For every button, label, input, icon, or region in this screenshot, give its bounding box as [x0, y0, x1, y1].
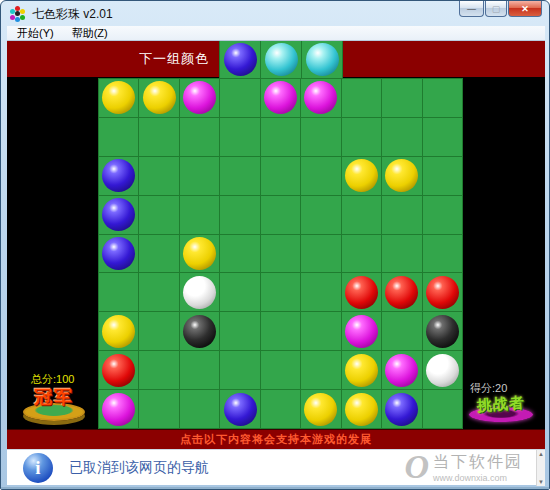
board-cell[interactable]	[301, 118, 340, 156]
board-cell[interactable]	[342, 157, 381, 195]
board-cell[interactable]	[342, 351, 381, 389]
game-board	[98, 78, 463, 429]
board-cell[interactable]	[382, 235, 421, 273]
board-cell[interactable]	[220, 235, 259, 273]
menu-help[interactable]: 帮助(Z)	[69, 26, 111, 41]
board-cell[interactable]	[220, 390, 259, 428]
board-cell[interactable]	[342, 390, 381, 428]
board-cell[interactable]	[423, 273, 462, 311]
scroll-up-icon[interactable]: ▲	[537, 450, 545, 458]
board-cell[interactable]	[139, 79, 178, 117]
info-icon: i	[23, 453, 53, 483]
board-cell[interactable]	[180, 118, 219, 156]
board-cell[interactable]	[99, 351, 138, 389]
watermark-site-name: 当下软件园	[433, 452, 523, 473]
board-cell[interactable]	[423, 235, 462, 273]
minimize-button[interactable]: —	[459, 1, 484, 17]
board-cell[interactable]	[342, 79, 381, 117]
magenta-ball	[385, 354, 418, 387]
champion-trophy-label: 冠军	[13, 385, 95, 409]
title-bar[interactable]: 七色彩珠 v2.01 — ▢ ✕	[1, 1, 550, 26]
board-cell[interactable]	[180, 351, 219, 389]
board-cell[interactable]	[139, 235, 178, 273]
close-button[interactable]: ✕	[508, 1, 542, 17]
cyan-ball	[265, 43, 298, 76]
board-cell[interactable]	[423, 390, 462, 428]
preview-cell	[261, 41, 301, 78]
yellow-ball	[183, 237, 216, 270]
round-score-label: 得分:20	[470, 381, 507, 396]
board-cell[interactable]	[261, 273, 300, 311]
board-cell[interactable]	[99, 118, 138, 156]
board-cell[interactable]	[423, 312, 462, 350]
magenta-ball	[183, 81, 216, 114]
webpage-scrollbar[interactable]: ▲ ▼	[536, 450, 545, 486]
board-cell[interactable]	[301, 79, 340, 117]
window-bottom-edge	[1, 487, 550, 489]
app-icon	[10, 6, 26, 22]
board-cell[interactable]	[301, 235, 340, 273]
support-banner-text: 点击以下内容将会支持本游戏的发展	[180, 432, 372, 447]
board-cell[interactable]	[99, 196, 138, 234]
board-cell[interactable]	[139, 273, 178, 311]
black-ball	[183, 315, 216, 348]
board-cell[interactable]	[261, 390, 300, 428]
yellow-ball	[345, 393, 378, 426]
board-cell[interactable]	[220, 79, 259, 117]
champion-trophy: 冠军	[13, 385, 95, 421]
board-cell[interactable]	[220, 118, 259, 156]
board-cell[interactable]	[382, 79, 421, 117]
blue-ball	[224, 393, 257, 426]
board-cell[interactable]	[139, 196, 178, 234]
board-cell[interactable]	[382, 351, 421, 389]
board-cell[interactable]	[342, 235, 381, 273]
board-cell[interactable]	[423, 79, 462, 117]
board-cell[interactable]	[139, 118, 178, 156]
board-cell[interactable]	[423, 351, 462, 389]
blue-ball	[102, 198, 135, 231]
white-ball	[183, 276, 216, 309]
board-cell[interactable]	[301, 273, 340, 311]
board-cell[interactable]	[301, 312, 340, 350]
board-cell[interactable]	[139, 157, 178, 195]
board-cell[interactable]	[180, 390, 219, 428]
board-cell[interactable]	[382, 196, 421, 234]
watermark-site-url: www.downxia.com	[433, 473, 523, 483]
board-cell[interactable]	[301, 390, 340, 428]
board-cell[interactable]	[261, 312, 300, 350]
board-cell[interactable]	[180, 196, 219, 234]
red-ball	[345, 276, 378, 309]
board-cell[interactable]	[382, 118, 421, 156]
preview-cell	[302, 41, 342, 78]
board-cell[interactable]	[220, 196, 259, 234]
white-ball	[426, 354, 459, 387]
board-cell[interactable]	[99, 79, 138, 117]
board-cell[interactable]	[139, 390, 178, 428]
black-ball	[426, 315, 459, 348]
blue-ball	[102, 159, 135, 192]
preview-cell	[220, 41, 260, 78]
magenta-ball	[304, 81, 337, 114]
board-cell[interactable]	[342, 196, 381, 234]
board-cell[interactable]	[180, 312, 219, 350]
board-cell[interactable]	[261, 79, 300, 117]
magenta-ball	[345, 315, 378, 348]
board-cell[interactable]	[180, 79, 219, 117]
downxia-watermark: O 当下软件园 www.downxia.com	[404, 452, 523, 483]
board-cell[interactable]	[99, 312, 138, 350]
magenta-ball	[264, 81, 297, 114]
support-banner[interactable]: 点击以下内容将会支持本游戏的发展	[7, 429, 545, 449]
board-cell[interactable]	[261, 196, 300, 234]
board-cell[interactable]	[99, 273, 138, 311]
board-cell[interactable]	[382, 390, 421, 428]
board-cell[interactable]	[301, 351, 340, 389]
blue-ball	[385, 393, 418, 426]
board-cell[interactable]	[139, 312, 178, 350]
blue-ball	[102, 237, 135, 270]
menu-start[interactable]: 开始(Y)	[14, 26, 57, 41]
board-cell[interactable]	[382, 157, 421, 195]
board-cell[interactable]	[99, 157, 138, 195]
menu-bar: 开始(Y) 帮助(Z)	[7, 26, 545, 41]
embedded-webpage-area: i 已取消到该网页的导航 O 当下软件园 www.downxia.com ▲ ▼	[7, 449, 545, 485]
yellow-ball	[102, 315, 135, 348]
board-cell[interactable]	[180, 235, 219, 273]
red-ball	[102, 354, 135, 387]
yellow-ball	[143, 81, 176, 114]
yellow-ball	[304, 393, 337, 426]
yellow-ball	[345, 354, 378, 387]
board-cell[interactable]	[301, 157, 340, 195]
board-cell[interactable]	[382, 273, 421, 311]
magenta-ball	[102, 393, 135, 426]
game-client-area: 下一组颜色 总分:100 冠军 得分:20 挑战者 点击以下内容将会支持本游戏的…	[7, 41, 545, 449]
window-title: 七色彩珠 v2.01	[32, 6, 113, 23]
board-cell[interactable]	[220, 157, 259, 195]
blue-ball	[224, 43, 257, 76]
board-cell[interactable]	[180, 157, 219, 195]
board-cell[interactable]	[342, 312, 381, 350]
board-cell[interactable]	[423, 157, 462, 195]
red-ball	[385, 276, 418, 309]
app-window: 七色彩珠 v2.01 — ▢ ✕ 开始(Y) 帮助(Z) 下一组颜色 总分:10…	[0, 0, 550, 490]
downxia-logo-icon: O	[404, 452, 429, 482]
cyan-ball	[306, 43, 339, 76]
board-cell[interactable]	[301, 196, 340, 234]
board-cell[interactable]	[261, 351, 300, 389]
board-cell[interactable]	[382, 312, 421, 350]
yellow-ball	[385, 159, 418, 192]
maximize-button: ▢	[485, 1, 507, 17]
caption-buttons: — ▢ ✕	[458, 1, 542, 17]
board-cell[interactable]	[342, 273, 381, 311]
board-cell[interactable]	[99, 235, 138, 273]
next-colors-label: 下一组颜色	[139, 50, 209, 68]
board-cell[interactable]	[99, 390, 138, 428]
board-cell[interactable]	[261, 235, 300, 273]
board-cell[interactable]	[423, 118, 462, 156]
next-colors-preview	[219, 41, 343, 78]
board-cell[interactable]	[220, 312, 259, 350]
board-cell[interactable]	[261, 118, 300, 156]
board-cell[interactable]	[180, 273, 219, 311]
board-cell[interactable]	[220, 273, 259, 311]
board-cell[interactable]	[261, 157, 300, 195]
board-cell[interactable]	[342, 118, 381, 156]
yellow-ball	[102, 81, 135, 114]
yellow-ball	[345, 159, 378, 192]
board-cell[interactable]	[423, 196, 462, 234]
board-cell[interactable]	[220, 351, 259, 389]
board-cell[interactable]	[139, 351, 178, 389]
navigation-canceled-message: 已取消到该网页的导航	[69, 459, 209, 477]
scroll-down-icon[interactable]: ▼	[537, 478, 545, 486]
red-ball	[426, 276, 459, 309]
challenger-trophy: 挑战者	[461, 395, 541, 422]
